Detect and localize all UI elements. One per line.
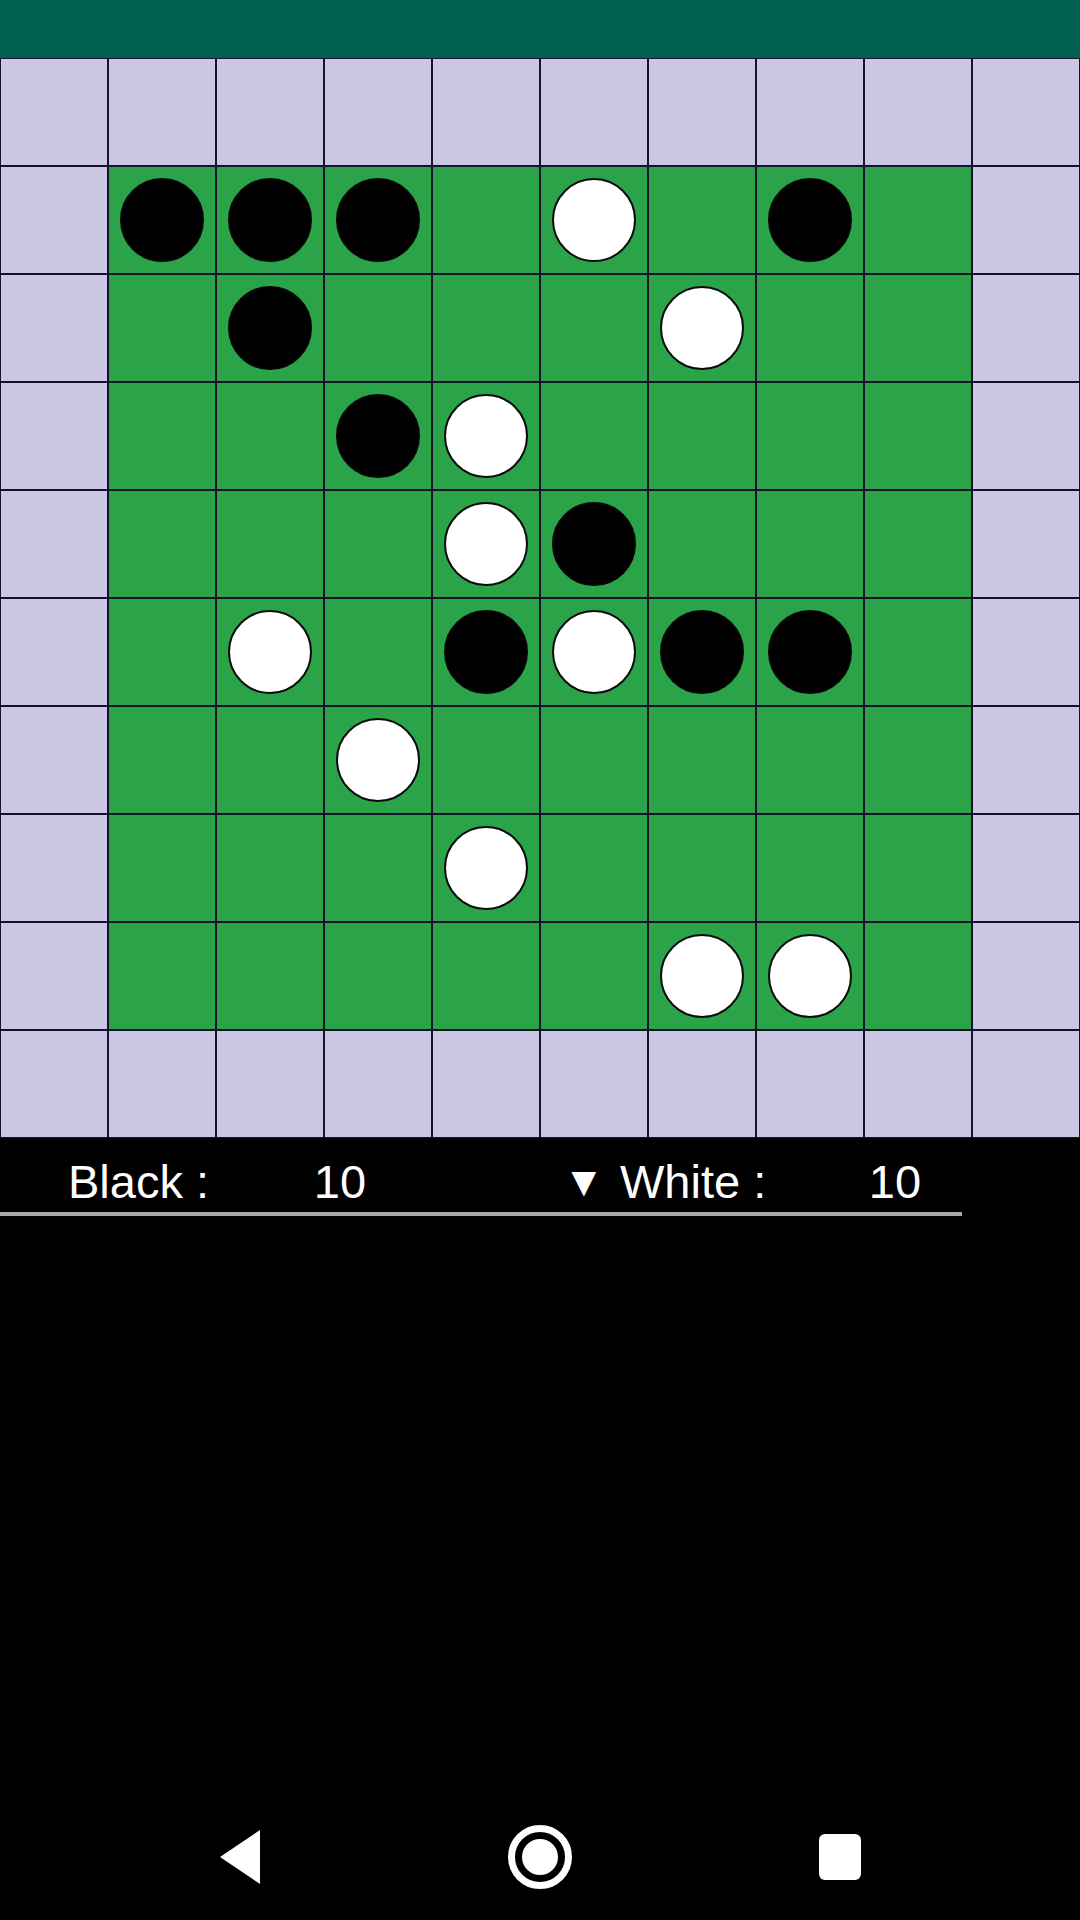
black-score-label: Black : [68,1154,209,1209]
othello-board [0,58,1080,1138]
board-cell[interactable] [432,922,540,1030]
board-cell[interactable] [216,490,324,598]
back-icon[interactable] [220,1830,260,1884]
board-cell[interactable] [540,706,648,814]
border-cell [972,166,1080,274]
board-cell[interactable] [324,490,432,598]
board-cell[interactable] [108,598,216,706]
board-cell[interactable] [324,598,432,706]
black-score-value: 10 [300,1154,380,1209]
board-cell[interactable] [864,706,972,814]
board-cell[interactable] [756,274,864,382]
board-cell[interactable] [324,922,432,1030]
border-cell [756,58,864,166]
border-cell [648,58,756,166]
border-cell [0,490,108,598]
recents-icon[interactable] [819,1834,861,1880]
score-bar: Black : 10 ▼ White : 10 [0,1138,1080,1230]
border-cell [108,58,216,166]
black-disc [120,178,204,262]
board-cell[interactable] [756,598,864,706]
border-cell [540,58,648,166]
board-cell[interactable] [324,706,432,814]
app-screen: Black : 10 ▼ White : 10 [0,0,1080,1920]
white-score-value: 10 [855,1154,935,1209]
border-cell [972,490,1080,598]
board-cell[interactable] [432,706,540,814]
white-disc [444,826,528,910]
board-cell[interactable] [432,490,540,598]
board-cell[interactable] [648,706,756,814]
board-cell[interactable] [108,706,216,814]
board-cell[interactable] [648,814,756,922]
border-cell [0,922,108,1030]
board-cell[interactable] [756,706,864,814]
white-disc [660,286,744,370]
border-cell [972,1030,1080,1138]
home-icon[interactable] [508,1825,572,1889]
board-cell[interactable] [216,166,324,274]
board-cell[interactable] [432,166,540,274]
board-cell[interactable] [216,814,324,922]
black-disc [228,286,312,370]
board-cell[interactable] [756,166,864,274]
board-cell[interactable] [432,598,540,706]
white-disc [444,502,528,586]
border-cell [432,58,540,166]
border-cell [864,58,972,166]
border-cell [756,1030,864,1138]
border-cell [972,382,1080,490]
board-cell[interactable] [432,274,540,382]
border-cell [972,58,1080,166]
board-cell[interactable] [108,814,216,922]
black-disc [768,178,852,262]
board-cell[interactable] [540,490,648,598]
white-disc [336,718,420,802]
board-cell[interactable] [216,598,324,706]
status-bar [0,0,1080,58]
border-cell [108,1030,216,1138]
border-cell [648,1030,756,1138]
white-disc [768,934,852,1018]
border-cell [0,382,108,490]
border-cell [864,1030,972,1138]
turn-indicator-icon: ▼ [563,1158,605,1206]
board-cell[interactable] [108,166,216,274]
board-cell[interactable] [324,814,432,922]
border-cell [0,1030,108,1138]
board-cell[interactable] [648,274,756,382]
border-cell [972,274,1080,382]
board-cell[interactable] [648,598,756,706]
board-cell[interactable] [756,490,864,598]
black-disc [768,610,852,694]
board-cell[interactable] [756,814,864,922]
border-cell [540,1030,648,1138]
border-cell [324,1030,432,1138]
border-cell [972,814,1080,922]
border-cell [0,58,108,166]
board-cell[interactable] [108,274,216,382]
board-cell[interactable] [864,598,972,706]
board-cell[interactable] [648,922,756,1030]
board-cell[interactable] [864,166,972,274]
board-cell[interactable] [216,706,324,814]
board-cell[interactable] [324,382,432,490]
board-cell[interactable] [864,490,972,598]
board-cell[interactable] [216,922,324,1030]
board-cell[interactable] [108,922,216,1030]
board-cell[interactable] [324,166,432,274]
white-score-label: White : [620,1154,766,1209]
black-disc [444,610,528,694]
black-disc [552,502,636,586]
board-cell[interactable] [864,922,972,1030]
border-cell [0,166,108,274]
border-cell [216,58,324,166]
border-cell [972,922,1080,1030]
android-nav-bar [0,1790,1080,1920]
board-cell[interactable] [108,382,216,490]
board-cell[interactable] [540,382,648,490]
border-cell [972,598,1080,706]
black-disc [228,178,312,262]
board-cell[interactable] [864,382,972,490]
board-cell[interactable] [648,382,756,490]
border-cell [972,706,1080,814]
board-cell[interactable] [324,274,432,382]
board-cell[interactable] [432,382,540,490]
board-cell[interactable] [864,814,972,922]
board-cell[interactable] [756,922,864,1030]
white-disc [552,178,636,262]
border-cell [432,1030,540,1138]
white-disc [444,394,528,478]
border-cell [0,598,108,706]
border-cell [0,814,108,922]
board-cell[interactable] [540,166,648,274]
white-disc [660,934,744,1018]
border-cell [0,274,108,382]
white-disc [228,610,312,694]
white-disc [552,610,636,694]
border-cell [324,58,432,166]
board-cell[interactable] [216,274,324,382]
board-cell[interactable] [540,274,648,382]
black-disc [660,610,744,694]
border-cell [0,706,108,814]
border-cell [216,1030,324,1138]
board-cell[interactable] [756,382,864,490]
black-disc [336,178,420,262]
board-cell[interactable] [648,166,756,274]
board-cell[interactable] [648,490,756,598]
home-icon-inner-dot [522,1839,558,1875]
black-disc [336,394,420,478]
board-cell[interactable] [432,814,540,922]
board-cell[interactable] [540,922,648,1030]
board-cell[interactable] [216,382,324,490]
board-cell[interactable] [540,814,648,922]
board-cell[interactable] [864,274,972,382]
board-cell[interactable] [540,598,648,706]
score-underline [0,1212,962,1216]
board-cell[interactable] [108,490,216,598]
